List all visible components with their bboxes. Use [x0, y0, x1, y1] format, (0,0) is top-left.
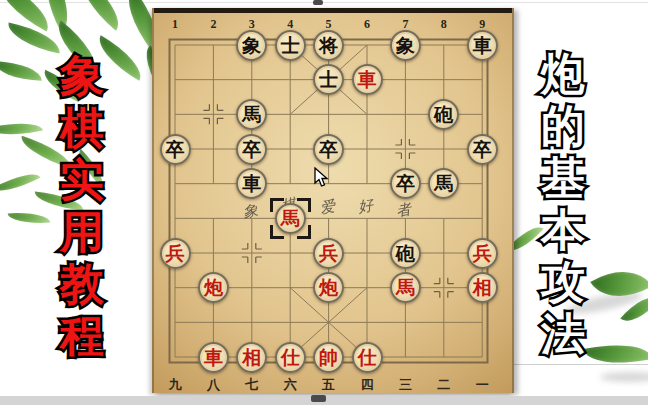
- file-label-bottom: 四: [356, 376, 378, 394]
- file-label-bottom: 九: [164, 376, 186, 394]
- piece-glyph: 象: [242, 35, 261, 54]
- piece-glyph: 相: [242, 347, 261, 366]
- river-watermark-char: 好: [356, 196, 374, 217]
- piece-glyph: 砲: [434, 104, 453, 123]
- piece-black-象[interactable]: 象: [236, 30, 267, 61]
- title-char: 教: [34, 258, 130, 310]
- piece-glyph: 卒: [166, 139, 185, 158]
- piece-glyph: 兵: [473, 243, 492, 262]
- piece-red-仕[interactable]: 仕: [275, 342, 306, 373]
- file-label-top: 8: [434, 17, 454, 32]
- piece-black-卒[interactable]: 卒: [160, 134, 191, 165]
- file-label-top: 6: [357, 17, 377, 32]
- piece-red-相[interactable]: 相: [467, 272, 498, 303]
- piece-glyph: 仕: [358, 347, 377, 366]
- piece-glyph: 卒: [242, 139, 261, 158]
- river-watermark-char: 爱: [318, 197, 336, 218]
- piece-red-車[interactable]: 車: [352, 64, 383, 95]
- piece-glyph: 帥: [319, 347, 338, 366]
- piece-red-馬[interactable]: 馬: [390, 272, 421, 303]
- title-char: 程: [34, 310, 130, 362]
- piece-black-砲[interactable]: 砲: [428, 99, 459, 130]
- piece-glyph: 馬: [434, 174, 453, 193]
- left-banner-title: 象棋实用教程: [34, 50, 130, 362]
- river-watermark-char: 象: [241, 201, 259, 222]
- file-label-bottom: 七: [241, 376, 263, 394]
- piece-red-相[interactable]: 相: [236, 342, 267, 373]
- piece-black-卒[interactable]: 卒: [467, 134, 498, 165]
- subtitle-marker: [311, 395, 326, 402]
- piece-glyph: 仕: [281, 347, 300, 366]
- file-label-top: 2: [203, 17, 223, 32]
- piece-red-車[interactable]: 車: [198, 342, 229, 373]
- piece-black-卒[interactable]: 卒: [313, 134, 344, 165]
- piece-glyph: 炮: [204, 278, 223, 297]
- piece-glyph: 馬: [396, 278, 415, 297]
- piece-glyph: 卒: [473, 139, 492, 158]
- piece-red-仕[interactable]: 仕: [352, 342, 383, 373]
- piece-red-兵[interactable]: 兵: [467, 238, 498, 269]
- video-frame: 象棋实用教程 炮的基本攻法 123456789 九八七六五四三二一 象棋爱好者 …: [0, 0, 648, 405]
- piece-black-卒[interactable]: 卒: [236, 134, 267, 165]
- right-banner-title: 炮的基本攻法: [515, 48, 611, 360]
- piece-glyph: 兵: [319, 243, 338, 262]
- mouse-cursor-icon: [314, 167, 329, 188]
- piece-glyph: 卒: [396, 174, 415, 193]
- piece-black-象[interactable]: 象: [390, 30, 421, 61]
- top-marker: [313, 0, 323, 5]
- file-label-bottom: 六: [279, 376, 301, 394]
- piece-black-砲[interactable]: 砲: [390, 238, 421, 269]
- piece-glyph: 車: [242, 174, 261, 193]
- piece-glyph: 将: [319, 35, 338, 54]
- piece-glyph: 車: [358, 70, 377, 89]
- piece-black-車[interactable]: 車: [467, 30, 498, 61]
- title-char: 实: [34, 154, 130, 206]
- piece-red-馬[interactable]: 馬: [275, 203, 306, 234]
- piece-glyph: 象: [396, 35, 415, 54]
- piece-glyph: 馬: [281, 208, 300, 227]
- piece-glyph: 卒: [319, 139, 338, 158]
- file-label-bottom: 五: [318, 376, 340, 394]
- piece-glyph: 砲: [396, 243, 415, 262]
- piece-glyph: 相: [473, 278, 492, 297]
- piece-red-兵[interactable]: 兵: [313, 238, 344, 269]
- file-label-bottom: 三: [394, 376, 416, 394]
- file-label-bottom: 一: [471, 376, 493, 394]
- title-char: 炮: [515, 48, 611, 100]
- title-char: 用: [34, 206, 130, 258]
- piece-glyph: 馬: [242, 104, 261, 123]
- piece-red-炮[interactable]: 炮: [198, 272, 229, 303]
- piece-glyph: 車: [473, 35, 492, 54]
- xiangqi-board[interactable]: 123456789 九八七六五四三二一 象棋爱好者 象士将象車士車馬砲卒卒卒卒車…: [152, 8, 514, 393]
- piece-glyph: 車: [204, 347, 223, 366]
- title-char: 的: [515, 100, 611, 152]
- title-char: 象: [34, 50, 130, 102]
- piece-glyph: 士: [319, 70, 338, 89]
- piece-black-士[interactable]: 士: [275, 30, 306, 61]
- file-label-bottom: 八: [202, 376, 224, 394]
- piece-black-馬[interactable]: 馬: [236, 99, 267, 130]
- title-char: 本: [515, 204, 611, 256]
- piece-black-将[interactable]: 将: [313, 30, 344, 61]
- title-char: 基: [515, 152, 611, 204]
- piece-red-兵[interactable]: 兵: [160, 238, 191, 269]
- title-char: 攻: [515, 256, 611, 308]
- piece-glyph: 士: [281, 35, 300, 54]
- title-char: 棋: [34, 102, 130, 154]
- file-label-bottom: 二: [433, 376, 455, 394]
- piece-glyph: 兵: [166, 243, 185, 262]
- piece-glyph: 炮: [319, 278, 338, 297]
- piece-black-卒[interactable]: 卒: [390, 168, 421, 199]
- title-char: 法: [515, 308, 611, 360]
- file-label-top: 1: [165, 17, 185, 32]
- piece-red-帥[interactable]: 帥: [313, 342, 344, 373]
